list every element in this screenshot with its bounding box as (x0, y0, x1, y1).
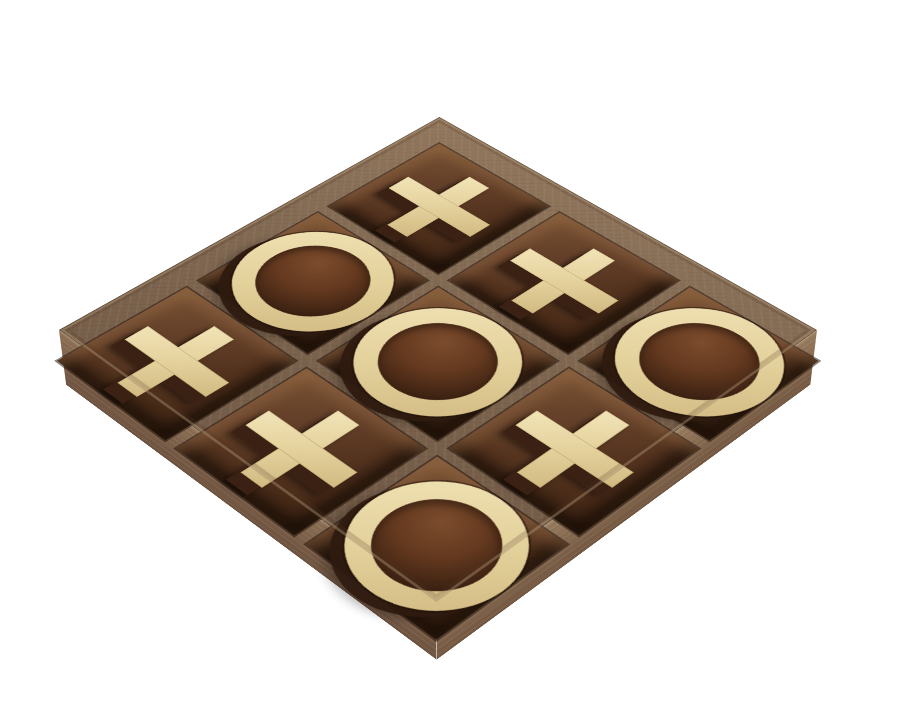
product-photo (0, 0, 900, 720)
piece-x (478, 229, 649, 334)
board-grid (111, 144, 764, 561)
x-bar (125, 326, 230, 397)
tictactoe-board (59, 117, 817, 603)
board-top-face (59, 117, 817, 603)
piece-x (357, 159, 521, 256)
